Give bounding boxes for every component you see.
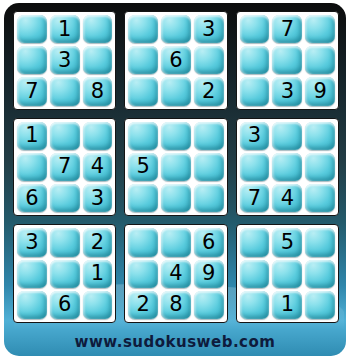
cell-r3c3[interactable]: 8 <box>83 77 113 105</box>
cell-r6c1[interactable]: 6 <box>17 184 47 212</box>
cell-r7c8[interactable]: 5 <box>272 228 302 256</box>
cell-r9c9[interactable] <box>305 291 335 319</box>
cell-r6c5[interactable] <box>161 184 191 212</box>
cell-r5c7[interactable] <box>240 153 270 181</box>
cell-r4c3[interactable] <box>83 122 113 150</box>
cell-r8c8[interactable] <box>272 260 302 288</box>
cell-r4c2[interactable] <box>50 122 80 150</box>
cell-r2c8[interactable] <box>272 46 302 74</box>
box-3-1: 3216 <box>13 224 116 323</box>
cell-r7c4[interactable] <box>128 228 158 256</box>
cell-r3c4[interactable] <box>128 77 158 105</box>
cell-r4c7[interactable]: 3 <box>240 122 270 150</box>
cell-r1c5[interactable] <box>161 15 191 43</box>
cell-r4c8[interactable] <box>272 122 302 150</box>
cell-r2c9[interactable] <box>305 46 335 74</box>
cell-r1c3[interactable] <box>83 15 113 43</box>
cell-r9c8[interactable]: 1 <box>272 291 302 319</box>
cell-r8c1[interactable] <box>17 260 47 288</box>
cell-r6c7[interactable]: 7 <box>240 184 270 212</box>
cell-r3c6[interactable]: 2 <box>194 77 224 105</box>
cell-r4c1[interactable]: 1 <box>17 122 47 150</box>
cell-r4c6[interactable] <box>194 122 224 150</box>
cell-r9c7[interactable] <box>240 291 270 319</box>
cell-r6c6[interactable] <box>194 184 224 212</box>
cell-r1c8[interactable]: 7 <box>272 15 302 43</box>
cell-r9c6[interactable] <box>194 291 224 319</box>
cell-r9c5[interactable]: 8 <box>161 291 191 319</box>
cell-r5c5[interactable] <box>161 153 191 181</box>
cell-r5c8[interactable] <box>272 153 302 181</box>
cell-r6c4[interactable] <box>128 184 158 212</box>
cell-r3c5[interactable] <box>161 77 191 105</box>
box-3-3: 51 <box>236 224 339 323</box>
cell-r1c6[interactable]: 3 <box>194 15 224 43</box>
cell-r9c4[interactable]: 2 <box>128 291 158 319</box>
cell-r5c1[interactable] <box>17 153 47 181</box>
cell-r7c1[interactable]: 3 <box>17 228 47 256</box>
cell-r2c4[interactable] <box>128 46 158 74</box>
cell-r8c9[interactable] <box>305 260 335 288</box>
cell-r3c1[interactable]: 7 <box>17 77 47 105</box>
cell-r8c4[interactable] <box>128 260 158 288</box>
cell-r1c7[interactable] <box>240 15 270 43</box>
cell-r1c4[interactable] <box>128 15 158 43</box>
cell-r4c4[interactable] <box>128 122 158 150</box>
cell-r1c9[interactable] <box>305 15 335 43</box>
cell-r7c3[interactable]: 2 <box>83 228 113 256</box>
cell-r2c1[interactable] <box>17 46 47 74</box>
cell-r8c5[interactable]: 4 <box>161 260 191 288</box>
cell-r8c7[interactable] <box>240 260 270 288</box>
cell-r5c6[interactable] <box>194 153 224 181</box>
cell-r3c2[interactable] <box>50 77 80 105</box>
cell-r9c2[interactable]: 6 <box>50 291 80 319</box>
cell-r8c3[interactable]: 1 <box>83 260 113 288</box>
cell-r2c3[interactable] <box>83 46 113 74</box>
cell-r5c3[interactable]: 4 <box>83 153 113 181</box>
cell-r3c7[interactable] <box>240 77 270 105</box>
box-3-2: 64928 <box>124 224 227 323</box>
cell-r3c9[interactable]: 9 <box>305 77 335 105</box>
cell-r4c5[interactable] <box>161 122 191 150</box>
box-1-3: 739 <box>236 11 339 110</box>
cell-r6c9[interactable] <box>305 184 335 212</box>
box-2-3: 374 <box>236 118 339 217</box>
cell-r7c5[interactable] <box>161 228 191 256</box>
cell-r1c1[interactable] <box>17 15 47 43</box>
cell-r1c2[interactable]: 1 <box>50 15 80 43</box>
cell-r5c2[interactable]: 7 <box>50 153 80 181</box>
cell-r7c2[interactable] <box>50 228 80 256</box>
site-url-label: www.sudokusweb.com <box>0 333 350 351</box>
cell-r2c5[interactable]: 6 <box>161 46 191 74</box>
cell-r5c9[interactable] <box>305 153 335 181</box>
cell-r7c7[interactable] <box>240 228 270 256</box>
cell-r5c4[interactable]: 5 <box>128 153 158 181</box>
cell-r8c2[interactable] <box>50 260 80 288</box>
sudoku-widget: 137836273917463537432166492851 www.sudok… <box>0 0 350 360</box>
cell-r2c7[interactable] <box>240 46 270 74</box>
cell-r9c1[interactable] <box>17 291 47 319</box>
cell-r8c6[interactable]: 9 <box>194 260 224 288</box>
box-2-1: 17463 <box>13 118 116 217</box>
cell-r6c8[interactable]: 4 <box>272 184 302 212</box>
cell-r6c2[interactable] <box>50 184 80 212</box>
box-1-1: 1378 <box>13 11 116 110</box>
cell-r4c9[interactable] <box>305 122 335 150</box>
cell-r7c6[interactable]: 6 <box>194 228 224 256</box>
cell-r6c3[interactable]: 3 <box>83 184 113 212</box>
sudoku-board: 137836273917463537432166492851 <box>13 11 339 323</box>
cell-r3c8[interactable]: 3 <box>272 77 302 105</box>
box-1-2: 362 <box>124 11 227 110</box>
cell-r2c6[interactable] <box>194 46 224 74</box>
cell-r2c2[interactable]: 3 <box>50 46 80 74</box>
box-2-2: 5 <box>124 118 227 217</box>
cell-r7c9[interactable] <box>305 228 335 256</box>
cell-r9c3[interactable] <box>83 291 113 319</box>
